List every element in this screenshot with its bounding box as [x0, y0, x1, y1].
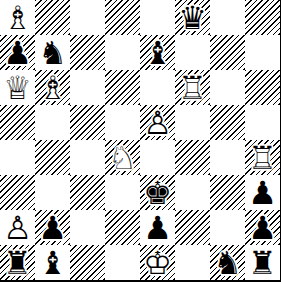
white-rook-f6[interactable]: ♜♖ — [175, 70, 210, 105]
piece-glyph: ♟ — [140, 210, 175, 245]
piece-glyph: ♟ — [245, 175, 280, 210]
square-c1[interactable] — [70, 245, 105, 280]
piece-glyph: ♘ — [105, 140, 140, 175]
white-queen-a6[interactable]: ♛♕ — [0, 70, 35, 105]
piece-glyph: ♝ — [35, 245, 70, 280]
square-d8[interactable] — [105, 0, 140, 35]
square-b3[interactable] — [35, 175, 70, 210]
piece-glyph: ♟ — [245, 210, 280, 245]
square-f8[interactable]: ♛♛ — [175, 0, 210, 35]
square-f2[interactable] — [175, 210, 210, 245]
square-f7[interactable] — [175, 35, 210, 70]
square-h5[interactable] — [245, 105, 280, 140]
square-f4[interactable] — [175, 140, 210, 175]
square-a3[interactable] — [0, 175, 35, 210]
square-a4[interactable] — [0, 140, 35, 175]
square-b5[interactable] — [35, 105, 70, 140]
square-e8[interactable] — [140, 0, 175, 35]
black-pawn-e2[interactable]: ♟♟ — [140, 210, 175, 245]
black-pawn-h2[interactable]: ♟♟ — [245, 210, 280, 245]
piece-glyph: ♜ — [0, 245, 35, 280]
square-e1[interactable]: ♚♔ — [140, 245, 175, 280]
square-h1[interactable]: ♜♜ — [245, 245, 280, 280]
piece-glyph: ♚ — [140, 175, 175, 210]
square-d4[interactable]: ♞♘ — [105, 140, 140, 175]
piece-glyph: ♝ — [140, 35, 175, 70]
square-g7[interactable] — [210, 35, 245, 70]
square-c3[interactable] — [70, 175, 105, 210]
black-bishop-e7[interactable]: ♝♝ — [140, 35, 175, 70]
square-f5[interactable] — [175, 105, 210, 140]
piece-glyph: ♟ — [35, 210, 70, 245]
piece-glyph: ♙ — [0, 210, 35, 245]
white-bishop-b6[interactable]: ♝♗ — [35, 70, 70, 105]
square-d5[interactable] — [105, 105, 140, 140]
square-b6[interactable]: ♝♗ — [35, 70, 70, 105]
square-b1[interactable]: ♝♝ — [35, 245, 70, 280]
square-e2[interactable]: ♟♟ — [140, 210, 175, 245]
square-b2[interactable]: ♟♟ — [35, 210, 70, 245]
square-a7[interactable]: ♟♟ — [0, 35, 35, 70]
chess-diagram: ♝♗♛♛♟♟♞♞♝♝♛♕♝♗♜♖♟♙♞♘♜♖♚♚♟♟♟♙♟♟♟♟♟♟♜♜♝♝♚♔… — [0, 0, 281, 282]
square-f6[interactable]: ♜♖ — [175, 70, 210, 105]
black-rook-a1[interactable]: ♜♜ — [0, 245, 35, 280]
white-bishop-a8[interactable]: ♝♗ — [0, 0, 35, 35]
square-e7[interactable]: ♝♝ — [140, 35, 175, 70]
square-g2[interactable] — [210, 210, 245, 245]
white-pawn-e5[interactable]: ♟♙ — [140, 105, 175, 140]
black-king-e3[interactable]: ♚♚ — [140, 175, 175, 210]
piece-glyph: ♟ — [0, 35, 35, 70]
piece-glyph: ♙ — [140, 105, 175, 140]
piece-glyph: ♕ — [0, 70, 35, 105]
piece-glyph: ♖ — [245, 140, 280, 175]
square-d3[interactable] — [105, 175, 140, 210]
square-d2[interactable] — [105, 210, 140, 245]
piece-glyph: ♗ — [35, 70, 70, 105]
piece-glyph: ♛ — [175, 0, 210, 35]
piece-glyph: ♞ — [35, 35, 70, 70]
square-g6[interactable] — [210, 70, 245, 105]
square-c8[interactable] — [70, 0, 105, 35]
square-h4[interactable]: ♜♖ — [245, 140, 280, 175]
chess-board: ♝♗♛♛♟♟♞♞♝♝♛♕♝♗♜♖♟♙♞♘♜♖♚♚♟♟♟♙♟♟♟♟♟♟♜♜♝♝♚♔… — [0, 0, 281, 282]
square-c5[interactable] — [70, 105, 105, 140]
square-d1[interactable] — [105, 245, 140, 280]
square-h3[interactable]: ♟♟ — [245, 175, 280, 210]
white-pawn-a2[interactable]: ♟♙ — [0, 210, 35, 245]
square-h8[interactable] — [245, 0, 280, 35]
square-d7[interactable] — [105, 35, 140, 70]
square-e6[interactable] — [140, 70, 175, 105]
black-bishop-b1[interactable]: ♝♝ — [35, 245, 70, 280]
square-f3[interactable] — [175, 175, 210, 210]
square-g4[interactable] — [210, 140, 245, 175]
square-g3[interactable] — [210, 175, 245, 210]
square-a5[interactable] — [0, 105, 35, 140]
square-h6[interactable] — [245, 70, 280, 105]
black-pawn-b2[interactable]: ♟♟ — [35, 210, 70, 245]
square-a1[interactable]: ♜♜ — [0, 245, 35, 280]
square-h7[interactable] — [245, 35, 280, 70]
square-d6[interactable] — [105, 70, 140, 105]
square-g5[interactable] — [210, 105, 245, 140]
square-b8[interactable] — [35, 0, 70, 35]
black-knight-g1[interactable]: ♞♞ — [210, 245, 245, 280]
square-e3[interactable]: ♚♚ — [140, 175, 175, 210]
piece-glyph: ♞ — [210, 245, 245, 280]
white-king-e1[interactable]: ♚♔ — [140, 245, 175, 280]
square-f1[interactable] — [175, 245, 210, 280]
black-pawn-h3[interactable]: ♟♟ — [245, 175, 280, 210]
black-rook-h1[interactable]: ♜♜ — [245, 245, 280, 280]
square-c7[interactable] — [70, 35, 105, 70]
square-a2[interactable]: ♟♙ — [0, 210, 35, 245]
square-a6[interactable]: ♛♕ — [0, 70, 35, 105]
piece-glyph: ♗ — [0, 0, 35, 35]
square-g8[interactable] — [210, 0, 245, 35]
square-c4[interactable] — [70, 140, 105, 175]
square-a8[interactable]: ♝♗ — [0, 0, 35, 35]
black-pawn-a7[interactable]: ♟♟ — [0, 35, 35, 70]
square-c2[interactable] — [70, 210, 105, 245]
square-e4[interactable] — [140, 140, 175, 175]
square-c6[interactable] — [70, 70, 105, 105]
black-queen-f8[interactable]: ♛♛ — [175, 0, 210, 35]
square-g1[interactable]: ♞♞ — [210, 245, 245, 280]
square-e5[interactable]: ♟♙ — [140, 105, 175, 140]
square-b7[interactable]: ♞♞ — [35, 35, 70, 70]
square-b4[interactable] — [35, 140, 70, 175]
piece-glyph: ♔ — [140, 245, 175, 280]
white-rook-h4[interactable]: ♜♖ — [245, 140, 280, 175]
square-h2[interactable]: ♟♟ — [245, 210, 280, 245]
piece-glyph: ♜ — [245, 245, 280, 280]
black-knight-b7[interactable]: ♞♞ — [35, 35, 70, 70]
piece-glyph: ♖ — [175, 70, 210, 105]
white-knight-d4[interactable]: ♞♘ — [105, 140, 140, 175]
